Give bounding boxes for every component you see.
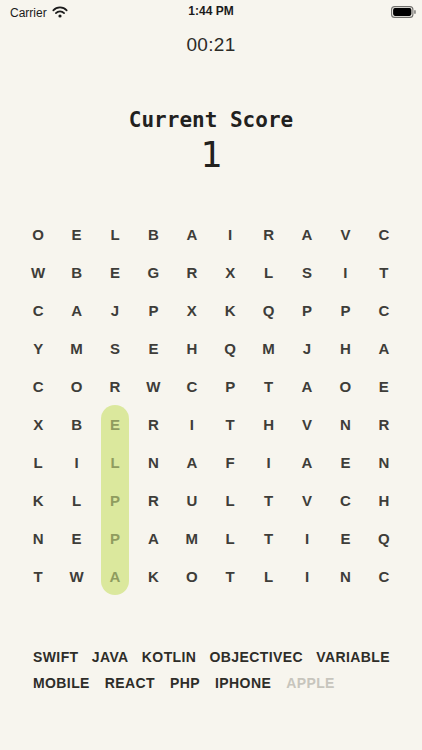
- grid-cell-r6c9[interactable]: N: [326, 405, 364, 443]
- grid-letter: Q: [263, 302, 275, 319]
- grid-cell-r10c2[interactable]: W: [57, 557, 95, 595]
- grid-letter: V: [302, 492, 312, 509]
- grid-letter: R: [110, 378, 121, 395]
- grid-cell-r2c9[interactable]: I: [326, 253, 364, 291]
- grid-letter: N: [378, 454, 389, 471]
- grid-cell-r7c8[interactable]: A: [288, 443, 326, 481]
- screen: Carrier 1:44 PM 00:21 Current Score 1: [0, 0, 422, 691]
- grid-letter: U: [186, 492, 197, 509]
- grid-cell-r4c9[interactable]: H: [326, 329, 364, 367]
- grid-letter: S: [110, 340, 120, 357]
- grid-letter: A: [71, 302, 82, 319]
- score-label: Current Score: [0, 108, 422, 132]
- grid-cell-r3c8[interactable]: P: [288, 291, 326, 329]
- game-timer: 00:21: [0, 34, 422, 56]
- grid-cell-r5c7[interactable]: T: [249, 367, 287, 405]
- grid-letter: X: [225, 264, 235, 281]
- grid-cell-r3c5[interactable]: X: [173, 291, 211, 329]
- grid-letter: L: [34, 454, 43, 471]
- grid-letter: X: [33, 416, 43, 433]
- grid-letter: N: [148, 454, 159, 471]
- grid-letter: L: [110, 226, 119, 243]
- grid-cell-r3c6[interactable]: K: [211, 291, 249, 329]
- grid-cell-r2c10[interactable]: T: [365, 253, 403, 291]
- battery-icon: [391, 4, 416, 22]
- grid-letter: R: [378, 416, 389, 433]
- grid-letter: W: [31, 264, 45, 281]
- wifi-icon: [52, 6, 68, 21]
- grid-cell-r10c6[interactable]: T: [211, 557, 249, 595]
- grid-letter: T: [379, 264, 388, 281]
- word-react: REACT: [105, 675, 155, 691]
- grid-cell-r7c1[interactable]: L: [19, 443, 57, 481]
- grid-letter: H: [263, 416, 274, 433]
- grid-letter: A: [186, 226, 197, 243]
- grid-cell-r9c1[interactable]: N: [19, 519, 57, 557]
- score-value: 1: [0, 134, 422, 175]
- grid-cell-r5c10[interactable]: E: [365, 367, 403, 405]
- grid-cell-r4c1[interactable]: Y: [19, 329, 57, 367]
- grid-cell-r1c8[interactable]: A: [288, 215, 326, 253]
- grid-cell-r4c2[interactable]: M: [57, 329, 95, 367]
- grid-letter: W: [70, 568, 84, 585]
- grid-letter: A: [302, 378, 313, 395]
- grid-letter: J: [111, 302, 119, 319]
- grid-letter: H: [340, 340, 351, 357]
- grid-cell-r4c6[interactable]: Q: [211, 329, 249, 367]
- grid-letter: A: [378, 340, 389, 357]
- grid-cell-r3c2[interactable]: A: [57, 291, 95, 329]
- grid-cell-r5c6[interactable]: P: [211, 367, 249, 405]
- grid-letter: A: [148, 530, 159, 547]
- grid-letter: W: [146, 378, 160, 395]
- grid-letter: A: [302, 454, 313, 471]
- grid-letter: F: [226, 454, 235, 471]
- grid-cell-r5c1[interactable]: C: [19, 367, 57, 405]
- grid-letter: V: [302, 416, 312, 433]
- word-kotlin: KOTLIN: [142, 649, 197, 665]
- grid-cell-r1c10[interactable]: C: [365, 215, 403, 253]
- grid-letter: A: [110, 568, 121, 585]
- grid-letter: I: [75, 454, 79, 471]
- grid-letter: C: [33, 378, 44, 395]
- grid-letter: E: [379, 378, 389, 395]
- grid-cell-r6c3[interactable]: E: [96, 405, 134, 443]
- grid-letter: R: [263, 226, 274, 243]
- grid-cell-r9c9[interactable]: E: [326, 519, 364, 557]
- grid-cell-r7c7[interactable]: I: [249, 443, 287, 481]
- grid-letter: L: [72, 492, 81, 509]
- grid-cell-r1c7[interactable]: R: [249, 215, 287, 253]
- grid-cell-r1c1[interactable]: O: [19, 215, 57, 253]
- grid-cell-r3c9[interactable]: P: [326, 291, 364, 329]
- grid-cell-r2c4[interactable]: G: [134, 253, 172, 291]
- grid-cell-r8c1[interactable]: K: [19, 481, 57, 519]
- grid-letter: L: [226, 530, 235, 547]
- grid-cell-r9c6[interactable]: L: [211, 519, 249, 557]
- grid-letter: C: [33, 302, 44, 319]
- grid-cell-r10c3[interactable]: A: [96, 557, 134, 595]
- grid-letter: B: [148, 226, 159, 243]
- grid-cell-r5c3[interactable]: R: [96, 367, 134, 405]
- grid-cell-r1c4[interactable]: B: [134, 215, 172, 253]
- grid-letter: H: [186, 340, 197, 357]
- grid-cell-r6c7[interactable]: H: [249, 405, 287, 443]
- grid-cell-r6c2[interactable]: B: [57, 405, 95, 443]
- grid-letter: E: [110, 264, 120, 281]
- grid-cell-r8c8[interactable]: V: [288, 481, 326, 519]
- grid-cell-r6c6[interactable]: T: [211, 405, 249, 443]
- grid-letter: Q: [224, 340, 236, 357]
- grid-cell-r9c10[interactable]: Q: [365, 519, 403, 557]
- grid-letter: P: [302, 302, 312, 319]
- word-php: PHP: [170, 675, 200, 691]
- grid-letter: J: [303, 340, 311, 357]
- grid-cell-r9c3[interactable]: P: [96, 519, 134, 557]
- grid-cell-r7c6[interactable]: F: [211, 443, 249, 481]
- grid-cell-r7c10[interactable]: N: [365, 443, 403, 481]
- status-left: Carrier: [10, 6, 68, 21]
- grid-letter: I: [305, 530, 309, 547]
- grid-letter: O: [32, 226, 44, 243]
- grid-letter: T: [226, 416, 235, 433]
- grid-letter: L: [264, 264, 273, 281]
- grid-cell-r4c3[interactable]: S: [96, 329, 134, 367]
- grid-cell-r1c9[interactable]: V: [326, 215, 364, 253]
- grid-letter: P: [340, 302, 350, 319]
- grid-letter: O: [71, 378, 83, 395]
- grid-letter: B: [71, 264, 82, 281]
- word-row-2: MOBILEREACTPHPIPHONEAPPLE: [33, 675, 390, 691]
- grid-cell-r4c4[interactable]: E: [134, 329, 172, 367]
- grid-letter: E: [340, 454, 350, 471]
- grid-letter: P: [225, 378, 235, 395]
- grid-cell-r9c8[interactable]: I: [288, 519, 326, 557]
- word-apple: APPLE: [286, 675, 335, 691]
- grid-cell-r10c10[interactable]: C: [365, 557, 403, 595]
- grid-letter: K: [225, 302, 236, 319]
- grid-cell-r8c3[interactable]: P: [96, 481, 134, 519]
- grid-letter: I: [305, 568, 309, 585]
- grid-cell-r6c8[interactable]: V: [288, 405, 326, 443]
- grid-letter: I: [343, 264, 347, 281]
- grid-letter: C: [378, 302, 389, 319]
- grid-letter: O: [340, 378, 352, 395]
- grid-cell-r2c7[interactable]: L: [249, 253, 287, 291]
- grid-cell-r2c1[interactable]: W: [19, 253, 57, 291]
- grid-letter: G: [148, 264, 160, 281]
- grid-cell-r1c3[interactable]: L: [96, 215, 134, 253]
- grid-letter: A: [186, 454, 197, 471]
- word-java: JAVA: [92, 649, 129, 665]
- grid-cell-r9c7[interactable]: T: [249, 519, 287, 557]
- grid-cell-r8c9[interactable]: C: [326, 481, 364, 519]
- grid-cell-r1c5[interactable]: A: [173, 215, 211, 253]
- grid-letter: C: [186, 378, 197, 395]
- grid-cell-r2c3[interactable]: E: [96, 253, 134, 291]
- grid-cell-r7c2[interactable]: I: [57, 443, 95, 481]
- grid-letter: E: [110, 416, 120, 433]
- grid-letter: T: [34, 568, 43, 585]
- grid-cell-r10c7[interactable]: L: [249, 557, 287, 595]
- grid-cell-r5c8[interactable]: A: [288, 367, 326, 405]
- grid-cell-r6c10[interactable]: R: [365, 405, 403, 443]
- word-mobile: MOBILE: [33, 675, 90, 691]
- grid-letter: P: [110, 492, 120, 509]
- grid-cell-r8c5[interactable]: U: [173, 481, 211, 519]
- grid-letter: L: [264, 568, 273, 585]
- grid-letter: E: [340, 530, 350, 547]
- grid-cell-r10c4[interactable]: K: [134, 557, 172, 595]
- grid-cell-r1c2[interactable]: E: [57, 215, 95, 253]
- grid-cell-r10c8[interactable]: I: [288, 557, 326, 595]
- word-list: SWIFTJAVAKOTLINOBJECTIVECVARIABLE MOBILE…: [33, 649, 390, 691]
- word-search-grid: OELBAIRAVCWBEGRXLSITCAJPXKQPPCYMSEHQMJHA…: [0, 215, 422, 595]
- grid-cell-r4c7[interactable]: M: [249, 329, 287, 367]
- grid-letter: R: [148, 492, 159, 509]
- grid-letter: E: [72, 226, 82, 243]
- grid-letter: E: [148, 340, 158, 357]
- grid-letter: I: [190, 416, 194, 433]
- grid-cell-r2c8[interactable]: S: [288, 253, 326, 291]
- grid-letter: M: [186, 530, 199, 547]
- word-row-1: SWIFTJAVAKOTLINOBJECTIVECVARIABLE: [33, 649, 390, 665]
- grid-cell-r8c4[interactable]: R: [134, 481, 172, 519]
- grid-letter: T: [264, 530, 273, 547]
- grid-cell-r8c6[interactable]: L: [211, 481, 249, 519]
- grid-cell-r5c9[interactable]: O: [326, 367, 364, 405]
- grid-cell-r3c4[interactable]: P: [134, 291, 172, 329]
- grid-cell-r4c8[interactable]: J: [288, 329, 326, 367]
- grid-letter: B: [71, 416, 82, 433]
- grid-cell-r4c5[interactable]: H: [173, 329, 211, 367]
- grid-letter: N: [340, 568, 351, 585]
- carrier-label: Carrier: [10, 6, 47, 20]
- word-objectivec: OBJECTIVEC: [210, 649, 303, 665]
- grid-cell-r10c1[interactable]: T: [19, 557, 57, 595]
- grid-cell-r8c10[interactable]: H: [365, 481, 403, 519]
- grid-letter: P: [110, 530, 120, 547]
- grid-cell-r7c3[interactable]: L: [96, 443, 134, 481]
- grid-letter: I: [267, 454, 271, 471]
- grid-cell-r7c5[interactable]: A: [173, 443, 211, 481]
- grid-cell-r8c2[interactable]: L: [57, 481, 95, 519]
- grid-cell-r3c10[interactable]: C: [365, 291, 403, 329]
- grid-letter: T: [226, 568, 235, 585]
- grid-letter: P: [148, 302, 158, 319]
- word-swift: SWIFT: [33, 649, 79, 665]
- grid-cell-r6c5[interactable]: I: [173, 405, 211, 443]
- grid-letter: E: [72, 530, 82, 547]
- grid-cell-r9c2[interactable]: E: [57, 519, 95, 557]
- grid-cell-r5c4[interactable]: W: [134, 367, 172, 405]
- grid-cell-r3c3[interactable]: J: [96, 291, 134, 329]
- grid-letter: R: [148, 416, 159, 433]
- grid-cell-r6c4[interactable]: R: [134, 405, 172, 443]
- grid-letter: L: [226, 492, 235, 509]
- grid-letter: V: [340, 226, 350, 243]
- grid-letter: K: [33, 492, 44, 509]
- grid-cell-r8c7[interactable]: T: [249, 481, 287, 519]
- grid-letter: X: [187, 302, 197, 319]
- grid-letter: K: [148, 568, 159, 585]
- grid-cell-r1c6[interactable]: I: [211, 215, 249, 253]
- grid-cell-r7c4[interactable]: N: [134, 443, 172, 481]
- grid-letter: M: [262, 340, 275, 357]
- word-iphone: IPHONE: [215, 675, 271, 691]
- grid-letter: Q: [378, 530, 390, 547]
- grid-letter: M: [70, 340, 83, 357]
- grid-letter: I: [228, 226, 232, 243]
- grid-letter: C: [340, 492, 351, 509]
- status-right: [391, 4, 416, 22]
- grid-letter: N: [340, 416, 351, 433]
- grid-cell-r5c2[interactable]: O: [57, 367, 95, 405]
- grid-letter: C: [378, 226, 389, 243]
- grid-cell-r5c5[interactable]: C: [173, 367, 211, 405]
- grid-cell-r6c1[interactable]: X: [19, 405, 57, 443]
- grid-letter: O: [186, 568, 198, 585]
- grid-cell-r9c5[interactable]: M: [173, 519, 211, 557]
- grid-letter: A: [302, 226, 313, 243]
- grid-cell-r4c10[interactable]: A: [365, 329, 403, 367]
- grid-letter: T: [264, 378, 273, 395]
- grid-letter: S: [302, 264, 312, 281]
- grid-cell-r9c4[interactable]: A: [134, 519, 172, 557]
- grid-cell-r2c5[interactable]: R: [173, 253, 211, 291]
- grid-cell-r2c6[interactable]: X: [211, 253, 249, 291]
- word-variable: VARIABLE: [316, 649, 390, 665]
- grid-letter: N: [33, 530, 44, 547]
- grid-letter: T: [264, 492, 273, 509]
- grid-cell-r2c2[interactable]: B: [57, 253, 95, 291]
- grid-letter: L: [110, 454, 119, 471]
- grid-letter: Y: [33, 340, 43, 357]
- grid-letter: R: [186, 264, 197, 281]
- grid-letter: C: [378, 568, 389, 585]
- grid-cell-r10c5[interactable]: O: [173, 557, 211, 595]
- grid-cell-r10c9[interactable]: N: [326, 557, 364, 595]
- grid-letter: H: [378, 492, 389, 509]
- status-bar: Carrier 1:44 PM: [0, 0, 422, 22]
- grid-cell-r7c9[interactable]: E: [326, 443, 364, 481]
- grid-cell-r3c1[interactable]: C: [19, 291, 57, 329]
- grid-cell-r3c7[interactable]: Q: [249, 291, 287, 329]
